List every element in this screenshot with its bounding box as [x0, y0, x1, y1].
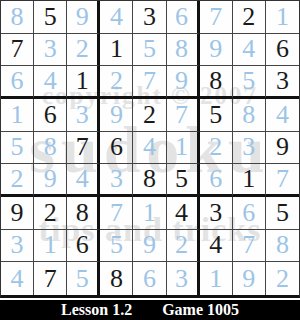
solved-digit: 6	[242, 200, 255, 226]
sudoku-cell: 7	[1, 34, 34, 67]
sudoku-cell: 4	[200, 230, 233, 263]
sudoku-cell: 8	[1, 1, 34, 34]
solved-digit: 3	[110, 166, 123, 192]
sudoku-cell: 3	[67, 99, 100, 132]
solved-digit: 5	[242, 68, 255, 94]
sudoku-cell: 8	[34, 132, 67, 165]
sudoku-cell: 6	[1, 66, 34, 99]
solved-digit: 1	[143, 200, 156, 226]
sudoku-cell: 1	[233, 164, 266, 197]
footer-bar: Lesson 1.2 Game 1005	[0, 300, 300, 320]
solved-digit: 5	[76, 266, 89, 292]
sudoku-cell: 8	[133, 164, 166, 197]
sudoku-cell: 8	[200, 66, 233, 99]
solved-digit: 5	[11, 134, 24, 160]
given-digit: 8	[209, 68, 222, 94]
sudoku-cell: 6	[100, 132, 133, 165]
sudoku-cell: 9	[100, 99, 133, 132]
sudoku-cell: 7	[100, 197, 133, 230]
sudoku-cell: 1	[200, 262, 233, 295]
sudoku-cell: 6	[67, 230, 100, 263]
solved-digit: 8	[175, 36, 188, 62]
solved-digit: 3	[44, 36, 57, 62]
given-digit: 9	[11, 200, 24, 226]
sudoku-cell: 7	[67, 132, 100, 165]
sudoku-cell: 9	[167, 66, 200, 99]
sudoku-cell: 1	[1, 99, 34, 132]
solved-digit: 2	[11, 166, 24, 192]
sudoku-cell: 5	[100, 230, 133, 263]
sudoku-cell: 2	[100, 66, 133, 99]
sudoku-cell: 4	[34, 66, 67, 99]
sudoku-cell: 4	[100, 1, 133, 34]
sudoku-cell: 7	[266, 164, 299, 197]
sudoku-cell: 4	[1, 262, 34, 295]
sudoku-cell: 4	[67, 164, 100, 197]
sudoku-page: copyright © 2007 sudoku tips and tricks …	[0, 0, 300, 320]
sudoku-cell: 2	[133, 99, 166, 132]
sudoku-cell: 2	[34, 197, 67, 230]
sudoku-cell: 3	[167, 262, 200, 295]
solved-digit: 9	[209, 36, 222, 62]
sudoku-cell: 4	[133, 132, 166, 165]
sudoku-cell: 5	[34, 1, 67, 34]
solved-digit: 6	[143, 266, 156, 292]
solved-digit: 9	[44, 166, 57, 192]
given-digit: 1	[76, 68, 89, 94]
given-digit: 6	[76, 232, 89, 258]
solved-digit: 2	[209, 134, 222, 160]
sudoku-cell: 2	[266, 262, 299, 295]
solved-digit: 1	[209, 266, 222, 292]
solved-digit: 4	[143, 134, 156, 160]
given-digit: 7	[76, 134, 89, 160]
solved-digit: 9	[143, 232, 156, 258]
given-digit: 1	[242, 166, 255, 192]
given-digit: 9	[276, 134, 289, 160]
sudoku-cell: 9	[133, 230, 166, 263]
given-digit: 3	[143, 4, 156, 30]
sudoku-cell: 4	[167, 197, 200, 230]
sudoku-cell: 9	[233, 262, 266, 295]
solved-digit: 5	[143, 36, 156, 62]
solved-digit: 6	[11, 68, 24, 94]
solved-digit: 6	[209, 166, 222, 192]
solved-digit: 3	[11, 232, 24, 258]
solved-digit: 4	[110, 4, 123, 30]
lesson-label: Lesson 1.2	[61, 301, 132, 319]
solved-digit: 2	[110, 68, 123, 94]
sudoku-cell: 9	[200, 34, 233, 67]
sudoku-cell: 2	[67, 34, 100, 67]
solved-digit: 4	[11, 266, 24, 292]
given-digit: 5	[209, 102, 222, 128]
solved-digit: 7	[276, 166, 289, 192]
sudoku-cell: 1	[133, 197, 166, 230]
sudoku-cell: 5	[233, 66, 266, 99]
solved-digit: 6	[175, 4, 188, 30]
solved-digit: 8	[242, 102, 255, 128]
sudoku-cell: 8	[100, 262, 133, 295]
sudoku-cell: 1	[100, 34, 133, 67]
sudoku-cell: 3	[133, 1, 166, 34]
sudoku-cell: 7	[233, 230, 266, 263]
sudoku-cell: 6	[233, 197, 266, 230]
sudoku-cell: 9	[1, 197, 34, 230]
solved-digit: 7	[143, 68, 156, 94]
sudoku-cell: 2	[167, 230, 200, 263]
given-digit: 6	[276, 36, 289, 62]
solved-digit: 8	[276, 232, 289, 258]
sudoku-cell: 1	[167, 132, 200, 165]
sudoku-cell: 5	[266, 197, 299, 230]
solved-digit: 9	[76, 4, 89, 30]
given-digit: 6	[44, 102, 57, 128]
sudoku-cell: 7	[167, 99, 200, 132]
sudoku-cell: 7	[200, 1, 233, 34]
given-digit: 8	[143, 166, 156, 192]
given-digit: 5	[175, 166, 188, 192]
solved-digit: 3	[242, 134, 255, 160]
given-digit: 4	[209, 232, 222, 258]
sudoku-cell: 2	[233, 1, 266, 34]
given-digit: 5	[44, 4, 57, 30]
solved-digit: 9	[110, 102, 123, 128]
solved-digit: 2	[76, 36, 89, 62]
given-digit: 4	[175, 200, 188, 226]
sudoku-cell: 6	[34, 99, 67, 132]
solved-digit: 2	[276, 266, 289, 292]
sudoku-cell: 1	[266, 1, 299, 34]
given-digit: 3	[276, 68, 289, 94]
solved-digit: 7	[209, 4, 222, 30]
sudoku-cell: 5	[67, 262, 100, 295]
sudoku-cell: 6	[266, 34, 299, 67]
given-digit: 6	[110, 134, 123, 160]
sudoku-cell: 5	[167, 164, 200, 197]
sudoku-cell: 2	[200, 132, 233, 165]
sudoku-cell: 6	[200, 164, 233, 197]
given-digit: 2	[44, 200, 57, 226]
solved-digit: 4	[276, 102, 289, 128]
solved-digit: 1	[276, 4, 289, 30]
sudoku-cell: 4	[266, 99, 299, 132]
sudoku-cell: 3	[233, 132, 266, 165]
sudoku-cell: 9	[266, 132, 299, 165]
given-digit: 2	[143, 102, 156, 128]
sudoku-cell: 7	[133, 66, 166, 99]
given-digit: 1	[110, 36, 123, 62]
solved-digit: 9	[175, 68, 188, 94]
sudoku-cell: 3	[266, 66, 299, 99]
solved-digit: 7	[242, 232, 255, 258]
sudoku-cell: 3	[100, 164, 133, 197]
sudoku-cell: 8	[233, 99, 266, 132]
sudoku-cell: 5	[200, 99, 233, 132]
sudoku-cell: 9	[34, 164, 67, 197]
sudoku-cell: 5	[1, 132, 34, 165]
solved-digit: 1	[44, 232, 57, 258]
sudoku-cell: 4	[233, 34, 266, 67]
solved-digit: 5	[110, 232, 123, 258]
given-digit: 5	[276, 200, 289, 226]
solved-digit: 1	[11, 102, 24, 128]
solved-digit: 7	[175, 102, 188, 128]
solved-digit: 8	[11, 4, 24, 30]
solved-digit: 8	[44, 134, 57, 160]
sudoku-grid: 8594367217321589466412798531639275845876…	[1, 1, 299, 295]
solved-digit: 1	[175, 134, 188, 160]
given-digit: 2	[242, 4, 255, 30]
sudoku-cell: 6	[167, 1, 200, 34]
sudoku-cell: 3	[1, 230, 34, 263]
solved-digit: 4	[44, 68, 57, 94]
sudoku-cell: 8	[266, 230, 299, 263]
sudoku-cell: 3	[200, 197, 233, 230]
given-digit: 7	[44, 266, 57, 292]
solved-digit: 2	[175, 232, 188, 258]
sudoku-cell: 5	[133, 34, 166, 67]
solved-digit: 4	[242, 36, 255, 62]
given-digit: 7	[11, 36, 24, 62]
given-digit: 8	[110, 266, 123, 292]
solved-digit: 4	[76, 166, 89, 192]
sudoku-cell: 1	[34, 230, 67, 263]
given-digit: 8	[76, 200, 89, 226]
sudoku-cell: 7	[34, 262, 67, 295]
sudoku-cell: 3	[34, 34, 67, 67]
sudoku-cell: 9	[67, 1, 100, 34]
given-digit: 3	[209, 200, 222, 226]
solved-digit: 9	[242, 266, 255, 292]
solved-digit: 3	[76, 102, 89, 128]
sudoku-board: copyright © 2007 sudoku tips and tricks …	[0, 0, 300, 298]
solved-digit: 7	[110, 200, 123, 226]
sudoku-cell: 8	[167, 34, 200, 67]
sudoku-cell: 8	[67, 197, 100, 230]
solved-digit: 3	[175, 266, 188, 292]
sudoku-cell: 6	[133, 262, 166, 295]
game-label: Game 1005	[162, 301, 239, 319]
sudoku-cell: 1	[67, 66, 100, 99]
sudoku-cell: 2	[1, 164, 34, 197]
